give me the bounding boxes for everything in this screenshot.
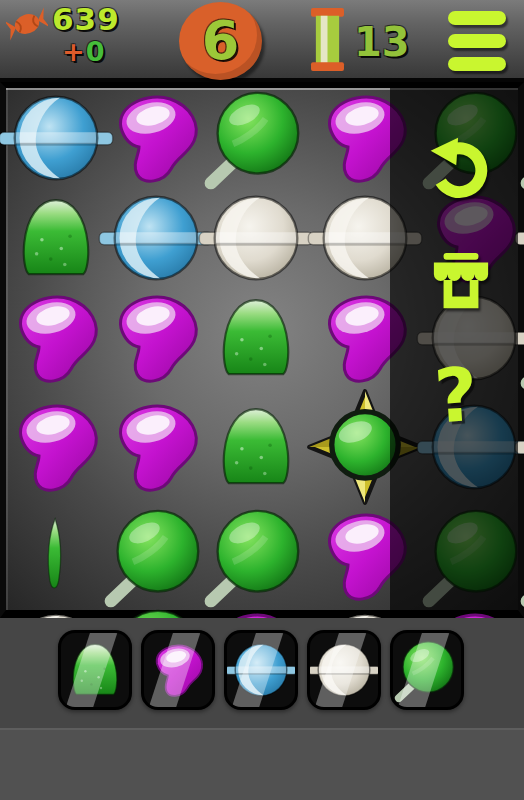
- magenta-jellybean-piece: [6, 288, 106, 388]
- tray-slot-5-green_lollipop: [390, 630, 464, 710]
- board-cell-r3c1[interactable]: [6, 288, 106, 388]
- magenta-jellybean-piece: [148, 640, 208, 700]
- game-board: ?: [0, 82, 524, 618]
- green-lollipop-piece: [208, 508, 304, 604]
- board-cell-r4c2[interactable]: [106, 388, 206, 506]
- board-cell-r1c3[interactable]: [206, 88, 306, 188]
- score-delta-amount: 0: [86, 36, 106, 67]
- bottom-panel: [0, 618, 524, 800]
- help-button[interactable]: ?: [421, 348, 491, 442]
- score-delta: +0: [62, 38, 120, 65]
- undo-button[interactable]: [427, 135, 491, 201]
- magenta-jellybean-piece: [6, 397, 106, 497]
- score-value: 639: [52, 4, 120, 35]
- green-lollipop-piece: [108, 508, 204, 604]
- timer-value: 13: [354, 19, 410, 65]
- undo-icon: [427, 135, 491, 201]
- score-delta-sign: +: [62, 36, 86, 67]
- help-icon: ?: [432, 351, 481, 440]
- green-lollipop-piece: [208, 90, 304, 186]
- tray-slot-1-green_gumdrop: [58, 630, 132, 710]
- magenta-jellybean-piece: [106, 288, 206, 388]
- magenta-jellybean-piece: [106, 397, 206, 497]
- green-gumdrop-piece: [212, 401, 300, 493]
- timer-block: 13: [310, 8, 410, 72]
- board-cell-r5c1[interactable]: [6, 506, 106, 606]
- menu-icon: [448, 11, 506, 25]
- green-gumdrop-piece: [12, 192, 100, 284]
- magenta-jellybean-piece: [106, 88, 206, 188]
- white-piece: [314, 640, 374, 700]
- tray-slot-2-magenta_jellybean: [141, 630, 215, 710]
- board-cell-r2c3[interactable]: [206, 188, 306, 288]
- score-block: 639 +0: [6, 4, 120, 65]
- board-cell-r2c1[interactable]: [6, 188, 106, 288]
- board-cell-r5c2[interactable]: [106, 506, 206, 606]
- board-cell-r4c1[interactable]: [6, 388, 106, 506]
- board-cell-r4c3[interactable]: [206, 388, 306, 506]
- tray-slot-4-white_lollipop: [307, 630, 381, 710]
- blue-piece: [8, 90, 104, 186]
- green-lollipop-piece: [397, 640, 457, 700]
- blue-piece: [231, 640, 291, 700]
- white-piece: [208, 190, 304, 286]
- blue-piece: [108, 190, 204, 286]
- hud-bar: 639 +0 6 13: [0, 0, 524, 82]
- candy-currency-icon: [6, 4, 48, 44]
- game-screen: 639 +0 6 13: [0, 0, 524, 800]
- board-cell-r5c3[interactable]: [206, 506, 306, 606]
- board-cell-r1c1[interactable]: [6, 88, 106, 188]
- menu-button[interactable]: [448, 11, 506, 71]
- green-gumdrop-sliver-piece: [12, 508, 100, 604]
- green-gumdrop-piece: [212, 292, 300, 384]
- side-panel-overlay: ?: [390, 88, 518, 610]
- moves-value: 6: [202, 9, 240, 72]
- candy-tray: [58, 630, 464, 710]
- board-cell-r1c2[interactable]: [106, 88, 206, 188]
- tray-slot-3-blue_lollipop: [224, 630, 298, 710]
- timer-icon: [310, 8, 345, 72]
- board-cell-r2c2[interactable]: [106, 188, 206, 288]
- board-cell-r3c3[interactable]: [206, 288, 306, 388]
- moves-badge: 6: [179, 2, 262, 80]
- shop-button[interactable]: [430, 252, 492, 310]
- green-gumdrop-piece: [65, 640, 125, 700]
- shop-icon: [430, 252, 492, 310]
- board-cell-r3c2[interactable]: [106, 288, 206, 388]
